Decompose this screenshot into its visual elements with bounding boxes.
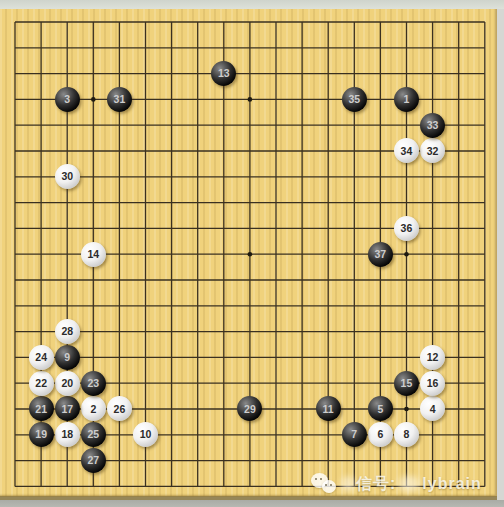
- move-number: 1: [404, 94, 410, 105]
- stone-white-10-F3: 10: [133, 422, 158, 447]
- stone-white-2-D4: 2: [81, 396, 106, 421]
- move-number: 4: [430, 404, 436, 415]
- wechat-icon: [310, 470, 340, 498]
- move-number: 19: [35, 429, 47, 440]
- stone-black-37-P10: 37: [368, 242, 393, 267]
- stone-black-1-Q16: 1: [394, 87, 419, 112]
- move-number: 17: [61, 404, 73, 415]
- move-number: 14: [87, 249, 99, 260]
- stone-white-20-C5: 20: [55, 371, 80, 396]
- stone-white-16-R5: 16: [420, 371, 445, 396]
- move-number: 22: [35, 378, 47, 389]
- move-number: 16: [427, 378, 439, 389]
- stone-black-27-D2: 27: [81, 448, 106, 473]
- stone-black-31-E16: 31: [107, 87, 132, 112]
- stone-black-9-C6: 9: [55, 345, 80, 370]
- move-number: 24: [35, 352, 47, 363]
- move-number: 10: [140, 429, 152, 440]
- stone-black-11-N4: 11: [316, 396, 341, 421]
- move-number: 32: [427, 146, 439, 157]
- move-number: 23: [87, 378, 99, 389]
- stone-black-3-C16: 3: [55, 87, 80, 112]
- go-board: 1234567891011121314151617181920212223242…: [0, 9, 497, 497]
- go-diagram: 1234567891011121314151617181920212223242…: [0, 0, 504, 507]
- move-number: 13: [218, 68, 230, 79]
- stone-white-18-C3: 18: [55, 422, 80, 447]
- bottom-border-strip: [0, 500, 504, 507]
- stone-white-14-D10: 14: [81, 242, 106, 267]
- stone-white-32-R14: 32: [420, 138, 445, 163]
- stone-white-8-Q3: 8: [394, 422, 419, 447]
- blurred-text-blob: [398, 476, 420, 492]
- stone-white-34-Q14: 34: [394, 138, 419, 163]
- stone-black-17-C4: 17: [55, 396, 80, 421]
- right-border-strip: [497, 9, 504, 500]
- stone-white-26-E4: 26: [107, 396, 132, 421]
- move-number: 15: [401, 378, 413, 389]
- stone-black-21-B4: 21: [29, 396, 54, 421]
- stone-white-28-C7: 28: [55, 319, 80, 344]
- top-border-strip: [0, 0, 504, 9]
- watermark-text-left: 信号:: [356, 474, 396, 495]
- stone-black-35-O16: 35: [342, 87, 367, 112]
- move-number: 27: [87, 455, 99, 466]
- stone-black-33-R15: 33: [420, 113, 445, 138]
- move-number: 12: [427, 352, 439, 363]
- stone-white-30-C13: 30: [55, 164, 80, 189]
- stone-white-24-B6: 24: [29, 345, 54, 370]
- stone-black-7-O3: 7: [342, 422, 367, 447]
- stone-black-5-P4: 5: [368, 396, 393, 421]
- stone-black-23-D5: 23: [81, 371, 106, 396]
- move-number: 7: [351, 429, 357, 440]
- stone-white-4-R4: 4: [420, 396, 445, 421]
- move-number: 37: [375, 249, 387, 260]
- move-number: 2: [90, 404, 96, 415]
- stone-black-13-J17: 13: [211, 61, 236, 86]
- move-number: 3: [64, 94, 70, 105]
- move-number: 33: [427, 120, 439, 131]
- stone-white-22-B5: 22: [29, 371, 54, 396]
- move-number: 26: [114, 404, 126, 415]
- blurred-text-blob: [341, 476, 355, 492]
- move-number: 11: [323, 404, 334, 415]
- move-number: 31: [114, 94, 126, 105]
- move-number: 28: [61, 326, 73, 337]
- move-number: 29: [244, 404, 256, 415]
- move-number: 25: [87, 429, 99, 440]
- move-number: 9: [64, 352, 70, 363]
- move-number: 6: [377, 429, 383, 440]
- watermark-text-right: lybrain: [422, 475, 481, 493]
- move-number: 8: [404, 429, 410, 440]
- move-number: 36: [401, 223, 413, 234]
- move-number: 21: [35, 404, 47, 415]
- stone-white-6-P3: 6: [368, 422, 393, 447]
- move-number: 30: [61, 171, 73, 182]
- stone-black-25-D3: 25: [81, 422, 106, 447]
- stone-white-12-R6: 12: [420, 345, 445, 370]
- stone-black-29-K4: 29: [237, 396, 262, 421]
- move-number: 5: [377, 404, 383, 415]
- move-number: 20: [61, 378, 73, 389]
- move-number: 35: [348, 94, 360, 105]
- move-number: 34: [401, 146, 413, 157]
- stones-layer: 1234567891011121314151617181920212223242…: [2, 9, 498, 499]
- watermark: 信号: lybrain: [310, 467, 496, 501]
- move-number: 18: [61, 429, 73, 440]
- stone-black-15-Q5: 15: [394, 371, 419, 396]
- stone-black-19-B3: 19: [29, 422, 54, 447]
- stone-white-36-Q11: 36: [394, 216, 419, 241]
